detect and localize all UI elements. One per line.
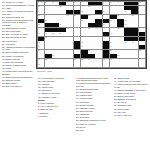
black-square: [117, 19, 124, 23]
white-square[interactable]: [124, 15, 131, 19]
black-square: [74, 54, 81, 58]
white-square[interactable]: 60: [88, 59, 95, 63]
black-square: [74, 45, 81, 49]
cell-number: 42: [38, 41, 40, 43]
white-square[interactable]: [52, 37, 59, 41]
cell-number: 27: [124, 19, 126, 21]
white-square[interactable]: [117, 50, 124, 54]
cell-number: 10: [139, 2, 141, 4]
white-square[interactable]: [95, 6, 102, 10]
white-square[interactable]: 13: [88, 6, 95, 10]
white-square[interactable]: 56: [38, 59, 45, 63]
white-square[interactable]: 18: [38, 15, 45, 19]
white-square[interactable]: 51: [88, 50, 95, 54]
cell-number: 26: [110, 19, 112, 21]
white-square[interactable]: [117, 41, 124, 45]
white-square[interactable]: [88, 41, 95, 45]
white-square[interactable]: 4: [66, 2, 73, 6]
white-square[interactable]: [95, 50, 102, 54]
white-square[interactable]: 54: [52, 54, 59, 58]
across-clues-left-column: 15. "Turbo" toy of origin16. Torah comma…: [2, 1, 36, 148]
black-square: [95, 23, 102, 27]
down-clues-start: 1. Type of spaniel2. Hair of the dog, e.…: [38, 102, 75, 117]
white-square[interactable]: [74, 28, 81, 32]
black-square: [110, 15, 117, 19]
white-square[interactable]: [95, 59, 102, 63]
white-square[interactable]: 41: [45, 37, 52, 41]
white-square[interactable]: [117, 37, 124, 41]
white-square[interactable]: [131, 63, 138, 67]
cell-number: 35: [117, 28, 119, 30]
cell-number: 49: [110, 45, 112, 47]
cell-number: 4: [67, 2, 68, 4]
white-square[interactable]: [74, 6, 81, 10]
white-square[interactable]: 62: [110, 59, 117, 63]
cell-number: 62: [110, 59, 112, 61]
clue-item: 26. Constitutional amendment that extend…: [2, 19, 36, 26]
clue-item: 35. Free: [76, 129, 111, 131]
cell-number: 51: [88, 50, 90, 52]
cell-number: 45: [124, 41, 126, 43]
cell-number: 25: [81, 19, 83, 21]
white-square[interactable]: [95, 37, 102, 41]
white-square[interactable]: [110, 37, 117, 41]
white-square[interactable]: 35: [117, 28, 124, 32]
black-square: [131, 28, 138, 32]
white-square[interactable]: [66, 45, 73, 49]
white-square[interactable]: [103, 63, 110, 67]
white-square[interactable]: 12: [59, 6, 66, 10]
black-square: [117, 23, 124, 27]
white-square[interactable]: [88, 45, 95, 49]
black-square: [81, 50, 88, 54]
white-square[interactable]: [81, 32, 88, 36]
black-square: [88, 54, 95, 58]
cell-number: 57: [45, 59, 47, 61]
black-square: [139, 45, 146, 49]
cell-number: 11: [38, 6, 40, 8]
white-square[interactable]: [103, 37, 110, 41]
cell-number: 29: [59, 23, 61, 25]
white-square[interactable]: [117, 32, 124, 36]
white-square[interactable]: [59, 45, 66, 49]
white-square[interactable]: 34: [95, 28, 102, 32]
white-square[interactable]: 48: [81, 45, 88, 49]
black-square: [110, 54, 117, 58]
black-square: [38, 19, 45, 23]
black-square: [139, 37, 146, 41]
white-square[interactable]: 14: [38, 10, 45, 14]
white-square[interactable]: [59, 41, 66, 45]
cell-number: 3: [52, 2, 53, 4]
cell-number: 44: [110, 41, 112, 43]
black-square: [131, 2, 138, 6]
white-square[interactable]: [110, 28, 117, 32]
white-square[interactable]: 21: [88, 15, 95, 19]
black-square: [139, 32, 146, 36]
white-square[interactable]: [139, 41, 146, 45]
white-square[interactable]: 47: [38, 45, 45, 49]
white-square[interactable]: [74, 19, 81, 23]
cell-number: 61: [103, 59, 105, 61]
white-square[interactable]: 33: [88, 28, 95, 32]
black-square: [52, 28, 59, 32]
white-square[interactable]: 31: [124, 23, 131, 27]
white-square[interactable]: 44: [110, 41, 117, 45]
white-square[interactable]: [66, 50, 73, 54]
white-square[interactable]: [52, 63, 59, 67]
cell-number: 50: [38, 50, 40, 52]
white-square[interactable]: 46: [131, 41, 138, 45]
cell-number: 47: [38, 45, 40, 47]
white-square[interactable]: 43: [81, 41, 88, 45]
cell-number: 22: [117, 15, 119, 17]
white-square[interactable]: 6: [81, 2, 88, 6]
white-square[interactable]: [52, 6, 59, 10]
white-square[interactable]: [81, 6, 88, 10]
crossword-page: 15. "Turbo" toy of origin16. Torah comma…: [0, 0, 150, 150]
white-square[interactable]: [139, 23, 146, 27]
cell-number: 13: [88, 6, 90, 8]
black-square: [124, 37, 131, 41]
cell-number: 1: [38, 2, 39, 4]
clue-column-2: 56. Put the aside to the table58. Feed f…: [38, 77, 75, 149]
cell-number: 39: [59, 32, 61, 34]
white-square[interactable]: [117, 10, 124, 14]
white-square[interactable]: [45, 15, 52, 19]
black-square: [124, 6, 131, 10]
white-square[interactable]: 11: [38, 6, 45, 10]
cell-number: 2: [45, 2, 46, 4]
clue-item: 44. "Great Fighters" and drat remove, fo…: [114, 83, 150, 88]
white-square[interactable]: 59: [81, 59, 88, 63]
cell-number: 15: [81, 10, 83, 12]
cell-number: 17: [124, 10, 126, 12]
white-square[interactable]: [103, 6, 110, 10]
cell-number: 21: [88, 15, 90, 17]
black-square: [88, 23, 95, 27]
white-square[interactable]: [117, 63, 124, 67]
white-square[interactable]: [66, 19, 73, 23]
black-square: [131, 6, 138, 10]
white-square[interactable]: [66, 6, 73, 10]
white-square[interactable]: [74, 37, 81, 41]
black-square: [103, 45, 110, 49]
white-square[interactable]: [124, 54, 131, 58]
across-clues-continued: 56. Put the aside to the table58. Feed f…: [38, 77, 75, 98]
white-square[interactable]: 2: [45, 2, 52, 6]
white-square[interactable]: 1: [38, 2, 45, 6]
white-square[interactable]: 24: [45, 19, 52, 23]
cell-number: 59: [81, 59, 83, 61]
white-square[interactable]: [131, 50, 138, 54]
white-square[interactable]: 37: [45, 32, 52, 36]
white-square[interactable]: 42: [38, 41, 45, 45]
black-square: [103, 50, 110, 54]
white-square[interactable]: [45, 6, 52, 10]
white-square[interactable]: [38, 54, 45, 58]
white-square[interactable]: [59, 10, 66, 14]
white-square[interactable]: [95, 63, 102, 67]
white-square[interactable]: [45, 45, 52, 49]
black-square: [59, 28, 66, 32]
white-square[interactable]: [110, 6, 117, 10]
black-square: [131, 32, 138, 36]
white-square[interactable]: [66, 32, 73, 36]
white-square[interactable]: [95, 15, 102, 19]
cell-number: 52: [110, 50, 112, 52]
white-square[interactable]: [117, 59, 124, 63]
white-square[interactable]: 8: [110, 2, 117, 6]
white-square[interactable]: [88, 19, 95, 23]
white-square[interactable]: 50: [38, 50, 45, 54]
white-square[interactable]: [66, 63, 73, 67]
cell-number: 41: [45, 37, 47, 39]
white-square[interactable]: 22: [117, 15, 124, 19]
white-square[interactable]: [131, 23, 138, 27]
black-square: [124, 2, 131, 6]
black-square: [45, 23, 52, 27]
white-square[interactable]: 63: [38, 63, 45, 67]
cell-number: 6: [81, 2, 82, 4]
white-square[interactable]: [139, 10, 146, 14]
white-square[interactable]: 16: [103, 10, 110, 14]
white-square[interactable]: 17: [124, 10, 131, 14]
down-clues-middle: 6. Commemorating stones city with long i…: [76, 77, 111, 132]
cell-number: 55: [117, 54, 119, 56]
white-square[interactable]: 30: [103, 23, 110, 27]
white-square[interactable]: 27: [124, 19, 131, 23]
white-square[interactable]: [45, 41, 52, 45]
white-square[interactable]: [139, 28, 146, 32]
white-square[interactable]: 40: [110, 32, 117, 36]
cell-number: 8: [110, 2, 111, 4]
cell-number: 30: [103, 23, 105, 25]
clue-item: 65. "Chicago" lyricist: [38, 96, 75, 98]
cell-number: 5: [74, 2, 75, 4]
white-square[interactable]: 45: [124, 41, 131, 45]
cell-number: 28: [38, 23, 40, 25]
white-square[interactable]: [59, 50, 66, 54]
down-clues-right: 37. EMTs' needs41. Horse hires, for a re…: [114, 77, 150, 117]
cell-number: 56: [38, 59, 40, 61]
black-square: [95, 10, 102, 14]
white-square[interactable]: [139, 6, 146, 10]
black-square: [103, 41, 110, 45]
white-square[interactable]: 49: [110, 45, 117, 49]
cell-number: 14: [38, 10, 40, 12]
cell-number: 34: [96, 28, 98, 30]
white-square[interactable]: 15: [81, 10, 88, 14]
white-square[interactable]: 36: [38, 32, 45, 36]
white-square[interactable]: [81, 28, 88, 32]
white-square[interactable]: 38: [52, 32, 59, 36]
cell-number: 40: [110, 32, 112, 34]
copyright-line: Copyright © 2013: [37, 70, 97, 75]
black-square: [88, 2, 95, 6]
white-square[interactable]: [66, 23, 73, 27]
white-square[interactable]: 19: [66, 15, 73, 19]
white-square[interactable]: [59, 19, 66, 23]
cell-number: 16: [103, 10, 105, 12]
white-square[interactable]: [59, 37, 66, 41]
black-square: [95, 19, 102, 23]
white-square[interactable]: [124, 63, 131, 67]
white-square[interactable]: [103, 15, 110, 19]
white-square[interactable]: [95, 32, 102, 36]
white-square[interactable]: [139, 15, 146, 19]
cell-number: 31: [124, 23, 126, 25]
white-square[interactable]: 10: [139, 2, 146, 6]
white-square[interactable]: [139, 54, 146, 58]
black-square: [45, 54, 52, 58]
white-square[interactable]: [74, 32, 81, 36]
white-square[interactable]: [95, 41, 102, 45]
white-square[interactable]: [66, 54, 73, 58]
white-square[interactable]: 39: [59, 32, 66, 36]
white-square[interactable]: [52, 19, 59, 23]
white-square[interactable]: [88, 32, 95, 36]
cell-number: 7: [103, 2, 104, 4]
white-square[interactable]: 29: [59, 23, 66, 27]
cell-number: 20: [74, 15, 76, 17]
white-square[interactable]: 23: [131, 15, 138, 19]
white-square[interactable]: 5: [74, 2, 81, 6]
cell-number: 36: [38, 32, 40, 34]
clue-column-4: 37. EMTs' needs41. Horse hires, for a re…: [114, 77, 150, 149]
white-square[interactable]: [66, 37, 73, 41]
white-square[interactable]: 57: [45, 59, 52, 63]
white-square[interactable]: [81, 23, 88, 27]
cell-number: 24: [45, 19, 47, 21]
black-square: [124, 32, 131, 36]
cell-number: 19: [67, 15, 69, 17]
white-square[interactable]: 20: [74, 15, 81, 19]
white-square[interactable]: 28: [38, 23, 45, 27]
cell-number: 32: [67, 28, 69, 30]
black-square: [95, 2, 102, 6]
white-square[interactable]: [74, 23, 81, 27]
black-square: [124, 28, 131, 32]
black-square: [38, 37, 45, 41]
cell-number: 23: [132, 15, 134, 17]
white-square[interactable]: [95, 54, 102, 58]
white-square[interactable]: 52: [110, 50, 117, 54]
white-square[interactable]: [52, 59, 59, 63]
cell-number: 43: [81, 41, 83, 43]
white-square[interactable]: [131, 54, 138, 58]
black-square: [103, 19, 110, 23]
white-square[interactable]: 58: [74, 59, 81, 63]
white-square[interactable]: [88, 63, 95, 67]
white-square[interactable]: [103, 28, 110, 32]
white-square[interactable]: [59, 15, 66, 19]
white-square[interactable]: [74, 63, 81, 67]
cell-number: 63: [38, 63, 40, 65]
cell-number: 37: [45, 32, 47, 34]
white-square[interactable]: [38, 28, 45, 32]
white-square[interactable]: [52, 10, 59, 14]
clue-item: 5. Retreat: [38, 115, 75, 117]
white-square[interactable]: [66, 41, 73, 45]
black-square: [59, 2, 66, 6]
white-square[interactable]: [45, 63, 52, 67]
white-square[interactable]: [45, 10, 52, 14]
cell-number: 38: [52, 32, 54, 34]
cell-number: 9: [117, 2, 118, 4]
cell-number: 33: [88, 28, 90, 30]
white-square[interactable]: [88, 10, 95, 14]
clue-item: 55. Blue over the forty: [2, 86, 36, 88]
white-square[interactable]: [131, 45, 138, 49]
cell-number: 60: [88, 59, 90, 61]
black-square: [131, 10, 138, 14]
white-square[interactable]: [110, 23, 117, 27]
clue-column-3: 6. Commemorating stones city with long i…: [76, 77, 111, 149]
white-square[interactable]: 7: [103, 2, 110, 6]
crossword-grid[interactable]: 1234567891011121314151617181920212223242…: [36, 0, 147, 69]
white-square[interactable]: [139, 63, 146, 67]
cell-number: 18: [38, 15, 40, 17]
white-square[interactable]: 53: [139, 50, 146, 54]
black-square: [66, 10, 73, 14]
white-square[interactable]: [52, 41, 59, 45]
white-square[interactable]: [131, 19, 138, 23]
white-square[interactable]: [52, 15, 59, 19]
white-square[interactable]: [124, 59, 131, 63]
white-square[interactable]: [131, 59, 138, 63]
white-square[interactable]: [117, 45, 124, 49]
white-square[interactable]: [66, 59, 73, 63]
white-square[interactable]: [117, 6, 124, 10]
white-square[interactable]: 26: [110, 19, 117, 23]
white-square[interactable]: 25: [81, 19, 88, 23]
black-square: [103, 32, 110, 36]
white-square[interactable]: [124, 50, 131, 54]
white-square[interactable]: 61: [103, 59, 110, 63]
white-square[interactable]: [52, 50, 59, 54]
white-square[interactable]: [74, 50, 81, 54]
cell-number: 54: [52, 54, 54, 56]
white-square[interactable]: [95, 45, 102, 49]
clue-item: 61. Five, to anyone: [114, 114, 150, 116]
white-square[interactable]: [45, 50, 52, 54]
cell-number: 53: [139, 50, 141, 52]
black-square: [103, 54, 110, 58]
white-square[interactable]: [81, 37, 88, 41]
white-square[interactable]: [59, 59, 66, 63]
white-square[interactable]: [110, 63, 117, 67]
white-square[interactable]: [52, 45, 59, 49]
white-square[interactable]: [88, 37, 95, 41]
clue-list: 15. "Turbo" toy of origin16. Torah comma…: [2, 1, 36, 88]
white-square[interactable]: [59, 63, 66, 67]
white-square[interactable]: [139, 19, 146, 23]
white-square[interactable]: 3: [52, 2, 59, 6]
cell-number: 46: [132, 41, 134, 43]
white-square[interactable]: 32: [66, 28, 73, 32]
white-square[interactable]: [124, 45, 131, 49]
white-square[interactable]: [139, 59, 146, 63]
white-square[interactable]: [59, 54, 66, 58]
white-square[interactable]: 9: [117, 2, 124, 6]
white-square[interactable]: 55: [117, 54, 124, 58]
cell-number: 48: [81, 45, 83, 47]
black-square: [131, 37, 138, 41]
black-square: [81, 54, 88, 58]
white-square[interactable]: [110, 10, 117, 14]
white-square[interactable]: [81, 63, 88, 67]
